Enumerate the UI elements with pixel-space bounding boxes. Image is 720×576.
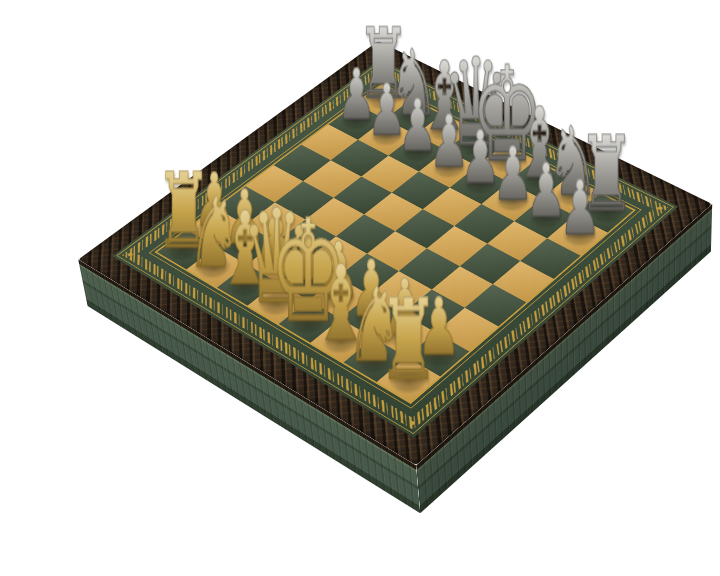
perspective-camera: ♜♞♝♛♚♝♞♜♟♟♟♟♟♟♟♟♟♟♟♟♟♟♟♟♜♞♝♛♚♝♞♜: [0, 0, 720, 576]
product-photo-scene: ♜♞♝♛♚♝♞♜♟♟♟♟♟♟♟♟♟♟♟♟♟♟♟♟♜♞♝♛♚♝♞♜: [0, 0, 720, 576]
chess-case: ♜♞♝♛♚♝♞♜♟♟♟♟♟♟♟♟♟♟♟♟♟♟♟♟♜♞♝♛♚♝♞♜: [78, 41, 712, 465]
camera-tilt: ♜♞♝♛♚♝♞♜♟♟♟♟♟♟♟♟♟♟♟♟♟♟♟♟♜♞♝♛♚♝♞♜: [0, 0, 720, 576]
